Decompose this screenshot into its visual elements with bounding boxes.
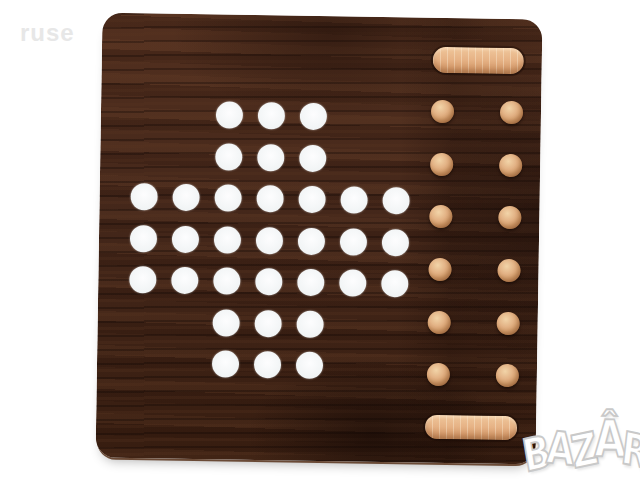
hole-a3[interactable] — [129, 266, 156, 293]
board-cell — [122, 217, 165, 259]
hole-d3[interactable] — [255, 268, 282, 295]
board-cell — [162, 343, 205, 385]
board-cell — [289, 262, 332, 304]
logo-letter: R — [619, 425, 640, 475]
board-cell — [248, 178, 291, 220]
board-cell — [124, 93, 167, 135]
board-cell — [288, 303, 331, 345]
storage-peg-8[interactable] — [497, 259, 520, 282]
storage-peg-6[interactable] — [498, 206, 521, 229]
storage-peg-12[interactable] — [496, 364, 519, 387]
board-cell — [207, 136, 250, 178]
board-cell — [120, 342, 163, 384]
hole-e2[interactable] — [296, 310, 323, 337]
board-cell — [290, 220, 333, 262]
storage-cell — [474, 244, 544, 298]
hole-e6[interactable] — [299, 144, 326, 171]
storage-cell — [403, 348, 473, 402]
hole-a5[interactable] — [130, 183, 157, 210]
board-cell — [206, 177, 249, 219]
storage-peg-2[interactable] — [500, 101, 523, 124]
hole-f5[interactable] — [340, 187, 367, 214]
board-cell — [165, 135, 208, 177]
board-cell — [250, 95, 293, 137]
hole-d5[interactable] — [256, 185, 283, 212]
board-cell — [288, 345, 331, 387]
board-cell — [290, 179, 333, 221]
storage-peg-10[interactable] — [497, 311, 520, 334]
hole-b3[interactable] — [171, 267, 198, 294]
hole-e7[interactable] — [299, 103, 326, 130]
hole-c3[interactable] — [213, 268, 240, 295]
hole-g3[interactable] — [381, 270, 408, 297]
storage-peg-11[interactable] — [427, 363, 450, 386]
hole-e5[interactable] — [298, 186, 325, 213]
watermark-ruse: ruse — [20, 19, 75, 47]
storage-cell — [408, 84, 478, 138]
holes-grid — [120, 93, 419, 388]
storage-cell — [472, 349, 542, 403]
hole-f4[interactable] — [339, 228, 366, 255]
hole-d4[interactable] — [255, 227, 282, 254]
hole-e1[interactable] — [295, 352, 322, 379]
storage-peg-7[interactable] — [428, 258, 451, 281]
storage-cell — [406, 190, 476, 244]
hole-g4[interactable] — [381, 229, 408, 256]
board-cell — [332, 179, 375, 221]
board-cell — [334, 96, 377, 138]
hole-c5[interactable] — [214, 185, 241, 212]
hole-g5[interactable] — [382, 187, 409, 214]
board-cell — [164, 218, 207, 260]
board-cell — [164, 177, 207, 219]
dowel-stick-bottom[interactable] — [425, 415, 517, 440]
board-cell — [292, 96, 335, 138]
hole-d7[interactable] — [257, 102, 284, 129]
board-cell — [246, 344, 289, 386]
board-cell — [249, 136, 292, 178]
hole-c2[interactable] — [212, 309, 239, 336]
hole-c4[interactable] — [213, 226, 240, 253]
board-cell — [291, 137, 334, 179]
storage-cell — [477, 85, 547, 139]
solitaire-board — [96, 13, 543, 465]
hole-b4[interactable] — [171, 225, 198, 252]
board-cell — [120, 300, 163, 342]
board-cell — [247, 261, 290, 303]
board-cell — [330, 345, 373, 387]
hole-e3[interactable] — [297, 269, 324, 296]
board-cell — [332, 221, 375, 263]
board-cell — [331, 262, 374, 304]
storage-cell — [475, 191, 545, 245]
hole-d1[interactable] — [253, 351, 280, 378]
board-cell — [122, 176, 165, 218]
board-cell — [333, 138, 376, 180]
hole-a4[interactable] — [129, 225, 156, 252]
board-cell — [330, 304, 373, 346]
board-cell — [206, 219, 249, 261]
storage-cell — [473, 296, 543, 350]
storage-cell — [404, 295, 474, 349]
watermark-bazar-logo: BAZÂR — [521, 417, 640, 474]
hole-c7[interactable] — [215, 102, 242, 129]
hole-b5[interactable] — [172, 184, 199, 211]
board-cell — [205, 260, 248, 302]
board-cell — [162, 301, 205, 343]
storage-cell — [407, 137, 477, 191]
storage-peg-9[interactable] — [428, 310, 451, 333]
hole-c6[interactable] — [215, 143, 242, 170]
hole-d2[interactable] — [254, 310, 281, 337]
storage-cell — [405, 242, 475, 296]
dowel-stick-top[interactable] — [433, 47, 524, 74]
storage-peg-4[interactable] — [499, 153, 522, 176]
hole-d6[interactable] — [257, 144, 284, 171]
board-cell — [204, 302, 247, 344]
storage-peg-3[interactable] — [430, 152, 453, 175]
board-cell — [123, 134, 166, 176]
board-cell — [248, 219, 291, 261]
board-cell — [204, 343, 247, 385]
hole-e4[interactable] — [297, 227, 324, 254]
board-cell — [166, 94, 209, 136]
hole-c1[interactable] — [211, 351, 238, 378]
peg-storage — [403, 84, 546, 402]
storage-peg-1[interactable] — [431, 100, 454, 123]
board-cell — [163, 260, 206, 302]
storage-peg-5[interactable] — [429, 205, 452, 228]
storage-cell — [476, 138, 546, 192]
board-cell — [246, 302, 289, 344]
board-cell — [208, 94, 251, 136]
board-cell — [121, 259, 164, 301]
hole-f3[interactable] — [339, 270, 366, 297]
